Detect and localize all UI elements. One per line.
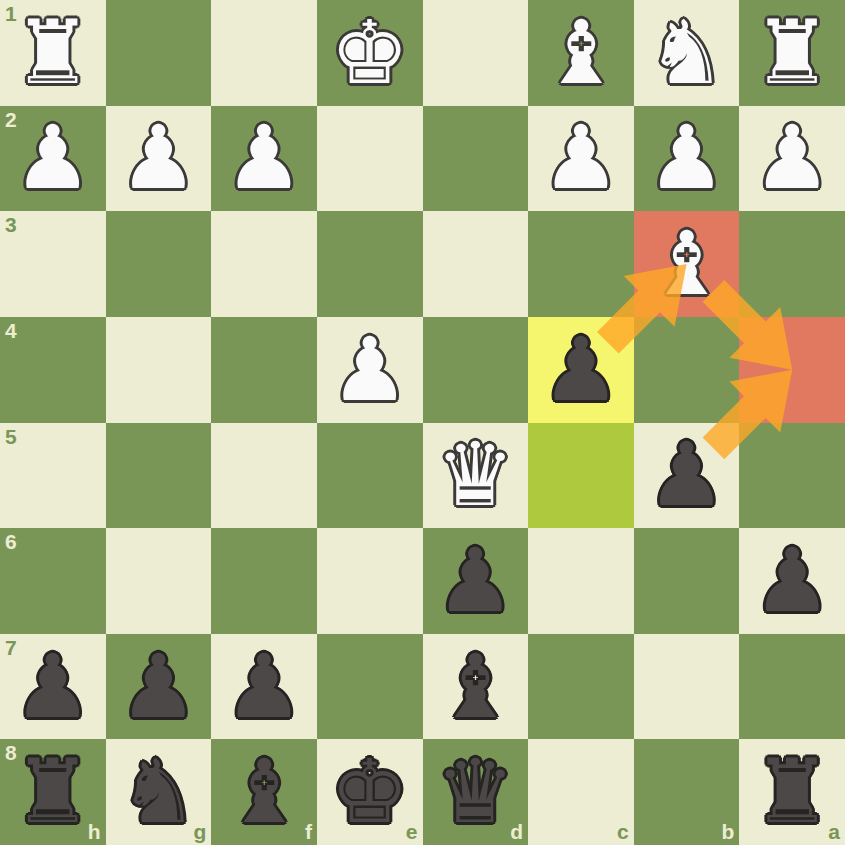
square-e8[interactable]: e♚ (317, 739, 423, 845)
square-h1[interactable]: 1♜ (0, 0, 106, 106)
square-b3[interactable]: ♝ (634, 211, 740, 317)
square-e6[interactable] (317, 528, 423, 634)
square-a4[interactable] (739, 317, 845, 423)
square-e2[interactable] (317, 106, 423, 212)
white-pawn[interactable]: ♟ (753, 114, 832, 202)
black-pawn[interactable]: ♟ (436, 537, 515, 625)
black-king[interactable]: ♚ (330, 748, 409, 836)
white-rook[interactable]: ♜ (753, 9, 832, 97)
square-c5[interactable] (528, 423, 634, 529)
square-b2[interactable]: ♟ (634, 106, 740, 212)
square-d4[interactable] (423, 317, 529, 423)
square-g8[interactable]: g♞ (106, 739, 212, 845)
square-h5[interactable]: 5 (0, 423, 106, 529)
square-h7[interactable]: 7♟ (0, 634, 106, 740)
black-pawn[interactable]: ♟ (119, 643, 198, 731)
square-a3[interactable] (739, 211, 845, 317)
square-d3[interactable] (423, 211, 529, 317)
square-b8[interactable]: b (634, 739, 740, 845)
square-f7[interactable]: ♟ (211, 634, 317, 740)
square-g1[interactable] (106, 0, 212, 106)
rank-label-6: 6 (5, 531, 17, 552)
square-f2[interactable]: ♟ (211, 106, 317, 212)
square-g4[interactable] (106, 317, 212, 423)
square-d2[interactable] (423, 106, 529, 212)
square-e1[interactable]: ♚ (317, 0, 423, 106)
square-f3[interactable] (211, 211, 317, 317)
black-queen[interactable]: ♛ (436, 748, 515, 836)
square-d1[interactable] (423, 0, 529, 106)
square-h6[interactable]: 6 (0, 528, 106, 634)
square-d6[interactable]: ♟ (423, 528, 529, 634)
square-f8[interactable]: f♝ (211, 739, 317, 845)
square-g2[interactable]: ♟ (106, 106, 212, 212)
square-f5[interactable] (211, 423, 317, 529)
white-pawn[interactable]: ♟ (13, 114, 92, 202)
square-g7[interactable]: ♟ (106, 634, 212, 740)
square-c6[interactable] (528, 528, 634, 634)
white-rook[interactable]: ♜ (13, 9, 92, 97)
square-e5[interactable] (317, 423, 423, 529)
rank-label-3: 3 (5, 214, 17, 235)
square-g5[interactable] (106, 423, 212, 529)
square-e3[interactable] (317, 211, 423, 317)
square-a8[interactable]: a♜ (739, 739, 845, 845)
black-knight[interactable]: ♞ (119, 748, 198, 836)
square-c8[interactable]: c (528, 739, 634, 845)
square-f6[interactable] (211, 528, 317, 634)
white-pawn[interactable]: ♟ (119, 114, 198, 202)
square-g6[interactable] (106, 528, 212, 634)
square-a6[interactable]: ♟ (739, 528, 845, 634)
square-c2[interactable]: ♟ (528, 106, 634, 212)
square-e7[interactable] (317, 634, 423, 740)
square-b6[interactable] (634, 528, 740, 634)
square-a5[interactable] (739, 423, 845, 529)
black-pawn[interactable]: ♟ (753, 537, 832, 625)
file-label-c: c (617, 821, 629, 842)
square-a1[interactable]: ♜ (739, 0, 845, 106)
square-b1[interactable]: ♞ (634, 0, 740, 106)
square-g3[interactable] (106, 211, 212, 317)
square-d5[interactable]: ♛ (423, 423, 529, 529)
square-h8[interactable]: 8h♜ (0, 739, 106, 845)
black-rook[interactable]: ♜ (753, 748, 832, 836)
square-d7[interactable]: ♝ (423, 634, 529, 740)
white-knight[interactable]: ♞ (647, 9, 726, 97)
square-e4[interactable]: ♟ (317, 317, 423, 423)
square-f4[interactable] (211, 317, 317, 423)
square-d8[interactable]: d♛ (423, 739, 529, 845)
white-bishop[interactable]: ♝ (647, 220, 726, 308)
square-h3[interactable]: 3 (0, 211, 106, 317)
square-c7[interactable] (528, 634, 634, 740)
white-pawn[interactable]: ♟ (647, 114, 726, 202)
white-pawn[interactable]: ♟ (330, 326, 409, 414)
square-c1[interactable]: ♝ (528, 0, 634, 106)
rank-label-4: 4 (5, 320, 17, 341)
file-label-b: b (722, 821, 735, 842)
square-b7[interactable] (634, 634, 740, 740)
square-f1[interactable] (211, 0, 317, 106)
square-a7[interactable] (739, 634, 845, 740)
black-pawn[interactable]: ♟ (13, 643, 92, 731)
rank-label-5: 5 (5, 426, 17, 447)
square-h2[interactable]: 2♟ (0, 106, 106, 212)
black-pawn[interactable]: ♟ (647, 431, 726, 519)
square-h4[interactable]: 4 (0, 317, 106, 423)
white-pawn[interactable]: ♟ (225, 114, 304, 202)
file-label-f: f (305, 821, 312, 842)
square-c3[interactable] (528, 211, 634, 317)
white-queen[interactable]: ♛ (436, 431, 515, 519)
black-rook[interactable]: ♜ (13, 748, 92, 836)
black-pawn[interactable]: ♟ (541, 326, 620, 414)
black-bishop[interactable]: ♝ (225, 748, 304, 836)
black-bishop[interactable]: ♝ (436, 643, 515, 731)
white-pawn[interactable]: ♟ (541, 114, 620, 202)
white-king[interactable]: ♚ (330, 9, 409, 97)
white-bishop[interactable]: ♝ (541, 9, 620, 97)
square-b5[interactable]: ♟ (634, 423, 740, 529)
square-b4[interactable] (634, 317, 740, 423)
square-c4[interactable]: ♟ (528, 317, 634, 423)
chess-board: 1♜♚♝♞♜2♟♟♟♟♟♟3♝4♟♟5♛♟6♟♟7♟♟♟♝8h♜g♞f♝e♚d♛… (0, 0, 845, 845)
square-a2[interactable]: ♟ (739, 106, 845, 212)
black-pawn[interactable]: ♟ (225, 643, 304, 731)
